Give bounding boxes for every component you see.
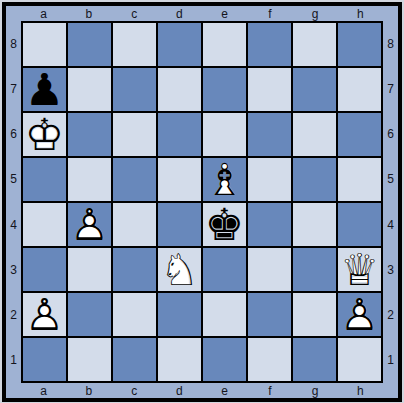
rank-label-2: 2: [6, 293, 21, 338]
piece-glyph: ♔: [25, 113, 64, 157]
square-d6[interactable]: [158, 113, 201, 156]
rank-label-6: 6: [383, 112, 398, 157]
square-f4[interactable]: [248, 203, 291, 246]
file-label-e: e: [202, 6, 247, 21]
black-pawn[interactable]: ♟: [23, 68, 66, 111]
square-h2[interactable]: ♟♙: [338, 293, 381, 336]
square-d5[interactable]: [158, 158, 201, 201]
square-e6[interactable]: [203, 113, 246, 156]
square-h4[interactable]: [338, 203, 381, 246]
square-f8[interactable]: [248, 23, 291, 66]
square-c4[interactable]: [113, 203, 156, 246]
white-bishop[interactable]: ♝♗: [203, 158, 246, 201]
square-a2[interactable]: ♟♙: [23, 293, 66, 336]
square-a6[interactable]: ♚♔: [23, 113, 66, 156]
frame-corner: [383, 6, 398, 21]
board-border: abcdefgh 87654321 ♟♚♔♝♗♟♙♚♞♘♛♕♟♙♟♙ 87654…: [2, 2, 402, 402]
square-g1[interactable]: [293, 338, 336, 381]
file-label-g: g: [293, 383, 338, 398]
square-f1[interactable]: [248, 338, 291, 381]
rank-label-6: 6: [6, 112, 21, 157]
square-b4[interactable]: ♟♙: [68, 203, 111, 246]
frame-corner: [6, 383, 21, 398]
file-label-e: e: [202, 383, 247, 398]
square-c8[interactable]: [113, 23, 156, 66]
square-g7[interactable]: [293, 68, 336, 111]
square-a1[interactable]: [23, 338, 66, 381]
rank-label-5: 5: [6, 157, 21, 202]
square-g8[interactable]: [293, 23, 336, 66]
white-king[interactable]: ♚♔: [23, 113, 66, 156]
rank-label-8: 8: [6, 21, 21, 66]
square-h6[interactable]: [338, 113, 381, 156]
chess-board: ♟♚♔♝♗♟♙♚♞♘♛♕♟♙♟♙: [21, 21, 383, 383]
square-h8[interactable]: [338, 23, 381, 66]
square-a8[interactable]: [23, 23, 66, 66]
square-e5[interactable]: ♝♗: [203, 158, 246, 201]
white-queen[interactable]: ♛♕: [338, 248, 381, 291]
white-pawn[interactable]: ♟♙: [23, 293, 66, 336]
square-a3[interactable]: [23, 248, 66, 291]
square-f7[interactable]: [248, 68, 291, 111]
white-pawn[interactable]: ♟♙: [68, 203, 111, 246]
file-label-f: f: [247, 383, 292, 398]
rank-label-1: 1: [6, 338, 21, 383]
square-h1[interactable]: [338, 338, 381, 381]
piece-glyph: ♙: [70, 203, 109, 247]
square-c1[interactable]: [113, 338, 156, 381]
square-g6[interactable]: [293, 113, 336, 156]
square-a4[interactable]: [23, 203, 66, 246]
chess-diagram: abcdefgh 87654321 ♟♚♔♝♗♟♙♚♞♘♛♕♟♙♟♙ 87654…: [0, 0, 404, 403]
square-b7[interactable]: [68, 68, 111, 111]
square-a5[interactable]: [23, 158, 66, 201]
piece-glyph: ♟: [25, 68, 64, 112]
square-f3[interactable]: [248, 248, 291, 291]
piece-glyph: ♘: [160, 248, 199, 292]
file-labels-bottom: abcdefgh: [21, 383, 383, 398]
black-king[interactable]: ♚: [203, 203, 246, 246]
file-label-d: d: [157, 6, 202, 21]
square-f5[interactable]: [248, 158, 291, 201]
square-d7[interactable]: [158, 68, 201, 111]
square-f2[interactable]: [248, 293, 291, 336]
file-label-b: b: [66, 6, 111, 21]
piece-glyph: ♗: [205, 158, 244, 202]
white-knight[interactable]: ♞♘: [158, 248, 201, 291]
square-b2[interactable]: [68, 293, 111, 336]
rank-label-7: 7: [383, 66, 398, 111]
square-c5[interactable]: [113, 158, 156, 201]
square-h7[interactable]: [338, 68, 381, 111]
file-label-c: c: [112, 383, 157, 398]
square-e7[interactable]: [203, 68, 246, 111]
square-e4[interactable]: ♚: [203, 203, 246, 246]
file-label-a: a: [21, 6, 66, 21]
rank-label-2: 2: [383, 293, 398, 338]
file-label-b: b: [66, 383, 111, 398]
square-e8[interactable]: [203, 23, 246, 66]
rank-labels-left: 87654321: [6, 21, 21, 383]
square-b3[interactable]: [68, 248, 111, 291]
file-labels-top: abcdefgh: [21, 6, 383, 21]
square-e2[interactable]: [203, 293, 246, 336]
rank-label-7: 7: [6, 66, 21, 111]
piece-glyph: ♕: [340, 248, 379, 292]
square-b8[interactable]: [68, 23, 111, 66]
square-e1[interactable]: [203, 338, 246, 381]
rank-label-8: 8: [383, 21, 398, 66]
rank-label-4: 4: [6, 202, 21, 247]
rank-label-3: 3: [383, 247, 398, 292]
square-c6[interactable]: [113, 113, 156, 156]
rank-label-5: 5: [383, 157, 398, 202]
square-d4[interactable]: [158, 203, 201, 246]
square-d3[interactable]: ♞♘: [158, 248, 201, 291]
square-b5[interactable]: [68, 158, 111, 201]
square-c7[interactable]: [113, 68, 156, 111]
rank-labels-right: 87654321: [383, 21, 398, 383]
square-g5[interactable]: [293, 158, 336, 201]
piece-glyph: ♚: [205, 203, 244, 247]
rank-label-3: 3: [6, 247, 21, 292]
rank-label-4: 4: [383, 202, 398, 247]
frame-corner: [383, 383, 398, 398]
rank-label-1: 1: [383, 338, 398, 383]
file-label-d: d: [157, 383, 202, 398]
piece-glyph: ♙: [340, 293, 379, 337]
square-e3[interactable]: [203, 248, 246, 291]
square-g3[interactable]: [293, 248, 336, 291]
frame-corner: [6, 6, 21, 21]
file-label-h: h: [338, 6, 383, 21]
file-label-g: g: [293, 6, 338, 21]
file-label-f: f: [247, 6, 292, 21]
square-h3[interactable]: ♛♕: [338, 248, 381, 291]
white-pawn[interactable]: ♟♙: [338, 293, 381, 336]
square-f6[interactable]: [248, 113, 291, 156]
file-label-c: c: [112, 6, 157, 21]
square-b1[interactable]: [68, 338, 111, 381]
board-frame: abcdefgh 87654321 ♟♚♔♝♗♟♙♚♞♘♛♕♟♙♟♙ 87654…: [6, 6, 398, 398]
square-b6[interactable]: [68, 113, 111, 156]
piece-glyph: ♙: [25, 293, 64, 337]
square-c3[interactable]: [113, 248, 156, 291]
square-h5[interactable]: [338, 158, 381, 201]
file-label-a: a: [21, 383, 66, 398]
square-d8[interactable]: [158, 23, 201, 66]
square-d1[interactable]: [158, 338, 201, 381]
square-d2[interactable]: [158, 293, 201, 336]
file-label-h: h: [338, 383, 383, 398]
square-g4[interactable]: [293, 203, 336, 246]
square-c2[interactable]: [113, 293, 156, 336]
square-g2[interactable]: [293, 293, 336, 336]
square-a7[interactable]: ♟: [23, 68, 66, 111]
